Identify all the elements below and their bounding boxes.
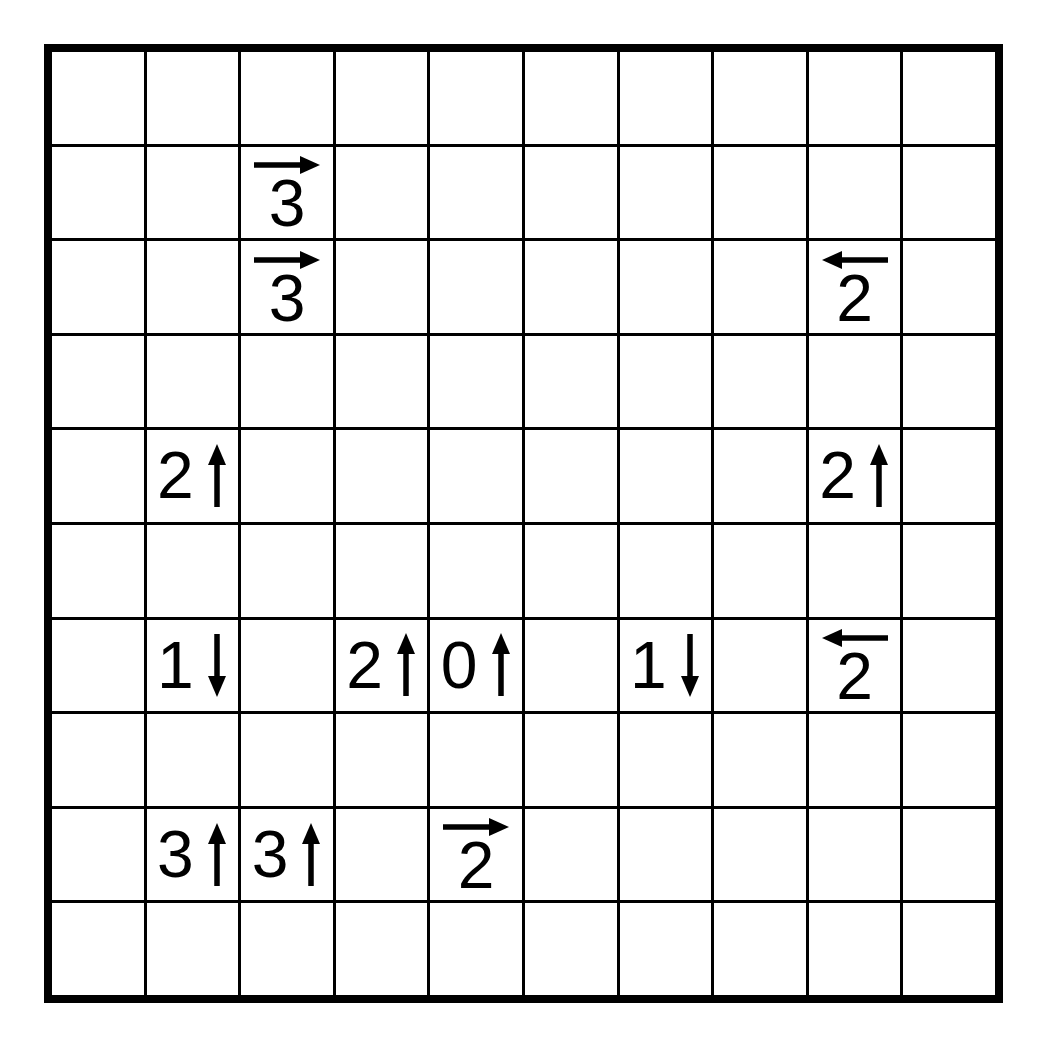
cell-r0c9[interactable] xyxy=(903,52,995,144)
cell-r2c7[interactable] xyxy=(714,241,806,333)
cell-r1c0[interactable] xyxy=(52,147,144,239)
cell-r8c6[interactable] xyxy=(620,809,712,901)
cell-r6c5[interactable] xyxy=(525,620,617,712)
cell-r0c1[interactable] xyxy=(147,52,239,144)
cell-r7c0[interactable] xyxy=(52,714,144,806)
clue-number: 2 xyxy=(346,640,383,691)
clue-number: 1 xyxy=(157,640,194,691)
cell-r9c6[interactable] xyxy=(620,903,712,995)
cell-r4c2[interactable] xyxy=(241,430,333,522)
cell-r0c6[interactable] xyxy=(620,52,712,144)
cell-r2c9[interactable] xyxy=(903,241,995,333)
cell-r5c7[interactable] xyxy=(714,525,806,617)
cell-r6c4: 0 xyxy=(430,620,522,712)
cell-r1c5[interactable] xyxy=(525,147,617,239)
cell-r7c7[interactable] xyxy=(714,714,806,806)
cell-r7c8[interactable] xyxy=(809,714,901,806)
cell-r6c8: 2 xyxy=(809,620,901,712)
cell-r0c7[interactable] xyxy=(714,52,806,144)
cell-r1c6[interactable] xyxy=(620,147,712,239)
clue-number: 0 xyxy=(441,640,478,691)
cell-r7c9[interactable] xyxy=(903,714,995,806)
cell-r7c4[interactable] xyxy=(430,714,522,806)
clue-number: 3 xyxy=(252,829,289,880)
cell-r1c8[interactable] xyxy=(809,147,901,239)
clue-2-up: 2 xyxy=(346,633,417,697)
cell-r2c4[interactable] xyxy=(430,241,522,333)
cell-r4c8: 2 xyxy=(809,430,901,522)
arrow-up-icon xyxy=(868,444,890,508)
clue-3-right: 3 xyxy=(254,155,320,229)
cell-r9c4[interactable] xyxy=(430,903,522,995)
cell-r3c8[interactable] xyxy=(809,336,901,428)
cell-r7c3[interactable] xyxy=(336,714,428,806)
clue-2-left: 2 xyxy=(822,250,888,324)
clue-0-up: 0 xyxy=(441,633,512,697)
cell-r8c8[interactable] xyxy=(809,809,901,901)
cell-r0c3[interactable] xyxy=(336,52,428,144)
cell-r3c3[interactable] xyxy=(336,336,428,428)
cell-r7c5[interactable] xyxy=(525,714,617,806)
clue-3-up: 3 xyxy=(252,823,323,887)
cell-r8c9[interactable] xyxy=(903,809,995,901)
cell-r6c6: 1 xyxy=(620,620,712,712)
cell-r5c2[interactable] xyxy=(241,525,333,617)
arrow-up-icon xyxy=(206,444,228,508)
cell-r2c3[interactable] xyxy=(336,241,428,333)
cell-r5c0[interactable] xyxy=(52,525,144,617)
cell-r7c2[interactable] xyxy=(241,714,333,806)
clue-1-down: 1 xyxy=(630,633,701,697)
clue-number: 2 xyxy=(458,840,495,891)
clue-1-down: 1 xyxy=(157,633,228,697)
cell-r4c0[interactable] xyxy=(52,430,144,522)
cell-r6c2[interactable] xyxy=(241,620,333,712)
cell-r3c0[interactable] xyxy=(52,336,144,428)
cell-r3c1[interactable] xyxy=(147,336,239,428)
clue-number: 2 xyxy=(836,651,873,702)
cell-r2c6[interactable] xyxy=(620,241,712,333)
cell-r8c7[interactable] xyxy=(714,809,806,901)
cell-r2c2: 3 xyxy=(241,241,333,333)
cell-r2c1[interactable] xyxy=(147,241,239,333)
clue-number: 2 xyxy=(836,273,873,324)
cell-r8c0[interactable] xyxy=(52,809,144,901)
cell-r4c5[interactable] xyxy=(525,430,617,522)
cell-r6c7[interactable] xyxy=(714,620,806,712)
cell-r4c1: 2 xyxy=(147,430,239,522)
cell-r3c5[interactable] xyxy=(525,336,617,428)
cell-r2c0[interactable] xyxy=(52,241,144,333)
cell-r9c5[interactable] xyxy=(525,903,617,995)
cell-r8c4: 2 xyxy=(430,809,522,901)
cell-r5c9[interactable] xyxy=(903,525,995,617)
clue-number: 1 xyxy=(630,640,667,691)
cell-r1c2: 3 xyxy=(241,147,333,239)
clue-2-up: 2 xyxy=(157,444,228,508)
cell-r3c2[interactable] xyxy=(241,336,333,428)
arrow-down-icon xyxy=(679,633,701,697)
cell-r1c4[interactable] xyxy=(430,147,522,239)
cell-r8c2: 3 xyxy=(241,809,333,901)
clue-3-right: 3 xyxy=(254,250,320,324)
cell-r5c6[interactable] xyxy=(620,525,712,617)
clue-2-up: 2 xyxy=(819,444,890,508)
cell-r6c3: 2 xyxy=(336,620,428,712)
clue-number: 3 xyxy=(269,178,306,229)
arrow-up-icon xyxy=(395,633,417,697)
cell-r3c9[interactable] xyxy=(903,336,995,428)
cell-r1c7[interactable] xyxy=(714,147,806,239)
cell-r4c9[interactable] xyxy=(903,430,995,522)
cell-r2c5[interactable] xyxy=(525,241,617,333)
clue-2-left: 2 xyxy=(822,628,888,702)
cell-r3c7[interactable] xyxy=(714,336,806,428)
cell-r7c6[interactable] xyxy=(620,714,712,806)
cell-r8c5[interactable] xyxy=(525,809,617,901)
arrow-up-icon xyxy=(300,823,322,887)
cell-r9c9[interactable] xyxy=(903,903,995,995)
cell-r9c2[interactable] xyxy=(241,903,333,995)
cell-r8c1: 3 xyxy=(147,809,239,901)
cell-r3c4[interactable] xyxy=(430,336,522,428)
cell-r4c6[interactable] xyxy=(620,430,712,522)
clue-2-right: 2 xyxy=(443,817,509,891)
cell-r9c3[interactable] xyxy=(336,903,428,995)
cell-r9c1[interactable] xyxy=(147,903,239,995)
clue-number: 3 xyxy=(157,829,194,880)
clue-number: 2 xyxy=(819,450,856,501)
cell-r5c8[interactable] xyxy=(809,525,901,617)
cell-r0c2[interactable] xyxy=(241,52,333,144)
cell-r5c5[interactable] xyxy=(525,525,617,617)
arrow-up-icon xyxy=(490,633,512,697)
cell-r0c0[interactable] xyxy=(52,52,144,144)
cell-r6c9[interactable] xyxy=(903,620,995,712)
cell-r1c3[interactable] xyxy=(336,147,428,239)
cell-r0c8[interactable] xyxy=(809,52,901,144)
cell-r4c7[interactable] xyxy=(714,430,806,522)
arrow-down-icon xyxy=(206,633,228,697)
arrow-up-icon xyxy=(206,823,228,887)
clue-3-up: 3 xyxy=(157,823,228,887)
cell-r5c4[interactable] xyxy=(430,525,522,617)
cell-r1c9[interactable] xyxy=(903,147,995,239)
cell-r0c4[interactable] xyxy=(430,52,522,144)
yajilin-board: 3322212012332 xyxy=(44,44,1003,1003)
cell-r5c1[interactable] xyxy=(147,525,239,617)
cell-r2c8: 2 xyxy=(809,241,901,333)
cell-r9c0[interactable] xyxy=(52,903,144,995)
cell-r9c8[interactable] xyxy=(809,903,901,995)
cell-r7c1[interactable] xyxy=(147,714,239,806)
cell-r6c0[interactable] xyxy=(52,620,144,712)
cell-r3c6[interactable] xyxy=(620,336,712,428)
cell-r6c1: 1 xyxy=(147,620,239,712)
cell-r5c3[interactable] xyxy=(336,525,428,617)
cell-r9c7[interactable] xyxy=(714,903,806,995)
cell-r4c4[interactable] xyxy=(430,430,522,522)
cell-r4c3[interactable] xyxy=(336,430,428,522)
clue-number: 3 xyxy=(269,273,306,324)
cell-r8c3[interactable] xyxy=(336,809,428,901)
cell-r1c1[interactable] xyxy=(147,147,239,239)
cell-r0c5[interactable] xyxy=(525,52,617,144)
clue-number: 2 xyxy=(157,450,194,501)
